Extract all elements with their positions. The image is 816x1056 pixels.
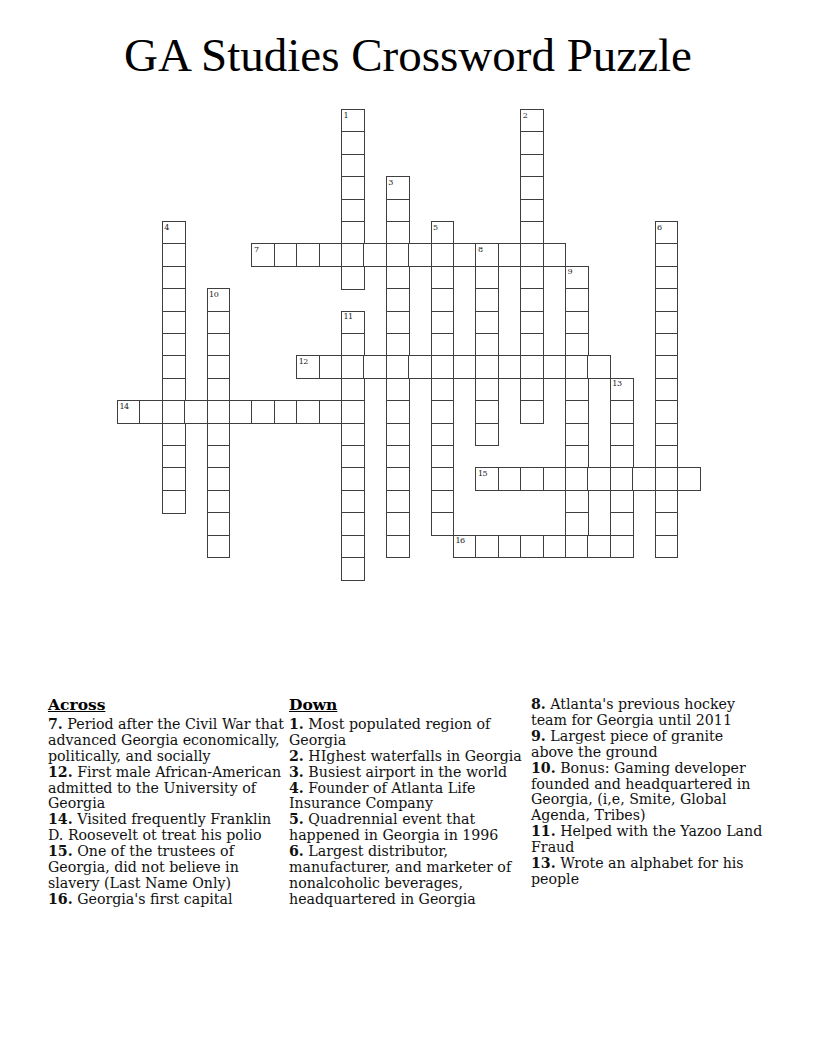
clue-number: 6 (657, 223, 662, 232)
grid-cell[interactable] (431, 445, 455, 469)
grid-cell[interactable] (207, 311, 231, 335)
clue-number: 1 (344, 111, 349, 120)
grid-cell[interactable]: 3 (386, 176, 410, 200)
grid-cell[interactable] (520, 243, 544, 267)
grid-cell[interactable]: 11 (341, 311, 365, 335)
grid-cell[interactable] (162, 445, 186, 469)
clue-number-label: 9. (531, 728, 546, 744)
grid-cell[interactable] (162, 311, 186, 335)
grid-cell[interactable] (341, 199, 365, 223)
grid-cell[interactable] (139, 400, 163, 424)
grid-cell[interactable] (386, 243, 410, 267)
grid-cell[interactable] (341, 423, 365, 447)
grid-cell[interactable] (363, 355, 387, 379)
clue-down-9: 9. Largest piece of granite above the gr… (531, 729, 770, 761)
grid-cell[interactable]: 6 (655, 221, 679, 245)
grid-cell[interactable] (386, 378, 410, 402)
clue-number-label: 11. (531, 823, 556, 839)
grid-cell[interactable] (565, 490, 589, 514)
grid-cell[interactable]: 10 (207, 288, 231, 312)
grid-cell[interactable] (655, 535, 679, 559)
grid-cell[interactable] (341, 221, 365, 245)
grid-cell[interactable] (610, 535, 634, 559)
grid-cell[interactable] (431, 288, 455, 312)
grid-cell[interactable] (431, 266, 455, 290)
grid-cell[interactable] (543, 467, 567, 491)
grid-cell[interactable]: 7 (251, 243, 275, 267)
down-clue-list-1: 1. Most populated region of Georgia2. HI… (289, 717, 528, 908)
grid-cell[interactable]: 5 (431, 221, 455, 245)
clue-number: 13 (612, 379, 621, 388)
grid-cell[interactable] (162, 355, 186, 379)
clue-number: 10 (209, 290, 218, 299)
grid-cell[interactable] (475, 355, 499, 379)
grid-cell[interactable] (453, 355, 477, 379)
grid-cell[interactable] (520, 333, 544, 357)
clue-number-label: 13. (531, 855, 556, 871)
clues-column-down-1: Down 1. Most populated region of Georgia… (289, 697, 528, 908)
grid-cell[interactable] (251, 400, 275, 424)
clue-number-label: 2. (289, 748, 304, 764)
grid-cell[interactable] (431, 311, 455, 335)
clue-across-14: 14. Visited frequently Franklin D. Roose… (48, 812, 287, 844)
grid-cell[interactable] (610, 423, 634, 447)
grid-cell[interactable] (520, 355, 544, 379)
grid-cell[interactable] (520, 311, 544, 335)
grid-cell[interactable] (207, 355, 231, 379)
grid-cell[interactable] (655, 311, 679, 335)
grid-cell[interactable]: 2 (520, 109, 544, 133)
grid-cell[interactable] (296, 400, 320, 424)
grid-cell[interactable] (520, 266, 544, 290)
grid-cell[interactable] (319, 243, 343, 267)
clue-across-7: 7. Period after the Civil War that advan… (48, 717, 287, 765)
grid-cell[interactable] (162, 266, 186, 290)
down-header: Down (289, 697, 528, 713)
grid-cell[interactable] (565, 311, 589, 335)
grid-cell[interactable] (207, 512, 231, 536)
grid-cell[interactable] (475, 288, 499, 312)
grid-cell[interactable] (207, 400, 231, 424)
clue-down-11: 11. Helped with the Yazoo Land Fraud (531, 824, 770, 856)
grid-cell[interactable] (341, 266, 365, 290)
across-header: Across (48, 697, 287, 713)
grid-cell[interactable] (498, 355, 522, 379)
grid-cell[interactable] (565, 355, 589, 379)
grid-cell[interactable] (520, 199, 544, 223)
grid-cell[interactable] (520, 467, 544, 491)
clue-down-8: 8. Atlanta's previous hockey team for Ge… (531, 697, 770, 729)
down-clue-list-2: 8. Atlanta's previous hockey team for Ge… (531, 697, 770, 888)
grid-cell[interactable] (565, 467, 589, 491)
grid-cell[interactable] (475, 378, 499, 402)
grid-cell[interactable] (475, 311, 499, 335)
grid-cell[interactable] (386, 355, 410, 379)
clue-down-2: 2. HIghest waterfalls in Georgia (289, 749, 528, 765)
clue-number: 11 (344, 312, 353, 321)
grid-cell[interactable] (431, 512, 455, 536)
grid-cell[interactable] (341, 467, 365, 491)
grid-cell[interactable] (319, 400, 343, 424)
grid-cell[interactable] (520, 154, 544, 178)
grid-cell[interactable] (431, 490, 455, 514)
grid-cell[interactable] (565, 445, 589, 469)
clue-number: 2 (523, 111, 528, 120)
grid-cell[interactable] (386, 490, 410, 514)
grid-cell[interactable] (162, 467, 186, 491)
grid-cell[interactable] (431, 355, 455, 379)
grid-cell[interactable] (386, 423, 410, 447)
grid-cell[interactable] (520, 378, 544, 402)
grid-cell[interactable] (341, 490, 365, 514)
grid-cell[interactable] (386, 445, 410, 469)
grid-cell[interactable] (655, 333, 679, 357)
grid-cell[interactable] (207, 378, 231, 402)
grid-cell[interactable] (565, 400, 589, 424)
grid-cell[interactable]: 15 (475, 467, 499, 491)
grid-cell[interactable] (386, 512, 410, 536)
grid-cell[interactable] (475, 400, 499, 424)
clue-down-4: 4. Founder of Atlanta Life Insurance Com… (289, 781, 528, 813)
grid-cell[interactable] (319, 355, 343, 379)
clue-number: 3 (388, 178, 393, 187)
grid-cell[interactable] (655, 423, 679, 447)
grid-cell[interactable] (565, 378, 589, 402)
grid-cell[interactable] (543, 535, 567, 559)
grid-cell[interactable]: 4 (162, 221, 186, 245)
grid-cell[interactable] (431, 333, 455, 357)
grid-cell[interactable] (565, 333, 589, 357)
grid-cell[interactable] (565, 423, 589, 447)
clue-number-label: 4. (289, 780, 304, 796)
clue-across-16: 16. Georgia's first capital (48, 892, 287, 908)
grid-cell[interactable] (162, 490, 186, 514)
grid-cell[interactable] (274, 243, 298, 267)
grid-cell[interactable] (655, 288, 679, 312)
grid-cell[interactable] (162, 333, 186, 357)
grid-cell[interactable] (543, 355, 567, 379)
grid-cell[interactable] (341, 512, 365, 536)
clue-down-6: 6. Largest distributor, manufacturer, an… (289, 844, 528, 908)
clue-number: 14 (120, 402, 129, 411)
grid-cell[interactable] (610, 490, 634, 514)
grid-cell[interactable]: 8 (475, 243, 499, 267)
clue-across-15: 15. One of the trustees of Georgia, did … (48, 844, 287, 892)
grid-cell[interactable] (655, 355, 679, 379)
clue-number: 15 (478, 469, 487, 478)
clue-number-label: 12. (48, 764, 73, 780)
grid-cell[interactable] (363, 243, 387, 267)
crossword-grid: 12345678910111213141516 (117, 109, 702, 582)
grid-cell[interactable] (162, 378, 186, 402)
grid-cell[interactable] (431, 378, 455, 402)
grid-cell[interactable] (587, 467, 611, 491)
page-title: GA Studies Crossword Puzzle (0, 28, 816, 82)
grid-cell[interactable] (408, 355, 432, 379)
grid-cell[interactable] (386, 221, 410, 245)
clue-number-label: 6. (289, 843, 304, 859)
grid-cell[interactable] (520, 535, 544, 559)
grid-cell[interactable] (565, 512, 589, 536)
grid-cell[interactable] (610, 445, 634, 469)
clue-number: 4 (164, 223, 169, 232)
grid-cell[interactable] (341, 176, 365, 200)
grid-cell[interactable] (184, 400, 208, 424)
across-clue-list: 7. Period after the Civil War that advan… (48, 717, 287, 908)
grid-cell[interactable] (498, 243, 522, 267)
grid-cell[interactable] (341, 355, 365, 379)
clue-number: 9 (568, 267, 573, 276)
grid-cell[interactable] (520, 176, 544, 200)
clue-number-label: 15. (48, 843, 73, 859)
grid-cell[interactable] (341, 535, 365, 559)
clue-down-1: 1. Most populated region of Georgia (289, 717, 528, 749)
clue-number: 5 (433, 223, 438, 232)
grid-cell[interactable] (475, 266, 499, 290)
grid-cell[interactable] (565, 288, 589, 312)
grid-cell[interactable] (386, 266, 410, 290)
grid-cell[interactable] (655, 512, 679, 536)
grid-cell[interactable] (655, 445, 679, 469)
grid-cell[interactable] (162, 288, 186, 312)
grid-cell[interactable] (498, 467, 522, 491)
grid-cell[interactable] (274, 400, 298, 424)
grid-cell[interactable] (520, 288, 544, 312)
clue-down-5: 5. Quadrennial event that happened in Ge… (289, 812, 528, 844)
grid-cell[interactable] (341, 333, 365, 357)
grid-cell[interactable]: 13 (610, 378, 634, 402)
grid-cell[interactable]: 9 (565, 266, 589, 290)
grid-cell[interactable] (475, 423, 499, 447)
grid-cell[interactable] (475, 535, 499, 559)
grid-cell[interactable]: 16 (453, 535, 477, 559)
clue-down-10: 10. Bonus: Gaming developer founded and … (531, 761, 770, 825)
grid-cell[interactable] (207, 490, 231, 514)
grid-cell[interactable] (386, 400, 410, 424)
clues-column-down-2: 8. Atlanta's previous hockey team for Ge… (531, 697, 770, 888)
clue-number-label: 8. (531, 696, 546, 712)
grid-cell[interactable] (587, 535, 611, 559)
grid-cell[interactable] (162, 400, 186, 424)
grid-cell[interactable] (520, 131, 544, 155)
clue-down-13: 13. Wrote an alphabet for his people (531, 856, 770, 888)
grid-cell[interactable] (655, 243, 679, 267)
clue-number: 7 (254, 245, 259, 254)
worksheet-page: { "game": "crossword", "title": "GA Stud… (0, 0, 816, 1056)
grid-cell[interactable] (565, 535, 589, 559)
grid-cell[interactable] (207, 535, 231, 559)
grid-cell[interactable] (386, 288, 410, 312)
grid-cell[interactable] (408, 243, 432, 267)
grid-cell[interactable]: 1 (341, 109, 365, 133)
grid-cell[interactable] (207, 423, 231, 447)
grid-cell[interactable] (386, 199, 410, 223)
clue-number-label: 7. (48, 716, 63, 732)
clue-number-label: 16. (48, 891, 73, 907)
grid-cell[interactable] (610, 512, 634, 536)
grid-cell[interactable] (543, 243, 567, 267)
grid-cell[interactable]: 12 (296, 355, 320, 379)
grid-cell[interactable] (475, 333, 499, 357)
grid-cell[interactable] (655, 378, 679, 402)
grid-cell[interactable] (431, 467, 455, 491)
grid-cell[interactable] (610, 400, 634, 424)
grid-cell[interactable] (431, 423, 455, 447)
clue-number-label: 5. (289, 811, 304, 827)
clue-number-label: 1. (289, 716, 304, 732)
grid-cell[interactable] (655, 467, 679, 491)
grid-cell[interactable] (386, 467, 410, 491)
grid-cell[interactable] (341, 154, 365, 178)
grid-cell[interactable] (341, 445, 365, 469)
clue-across-12: 12. First male African-American admitted… (48, 765, 287, 813)
grid-cell[interactable] (341, 243, 365, 267)
grid-cell[interactable] (453, 243, 477, 267)
grid-cell[interactable] (655, 400, 679, 424)
clue-number: 8 (478, 245, 483, 254)
grid-cell[interactable] (610, 467, 634, 491)
clue-number: 16 (456, 536, 465, 545)
grid-cell[interactable] (386, 333, 410, 357)
grid-cell[interactable] (341, 378, 365, 402)
grid-cell[interactable] (655, 266, 679, 290)
grid-cell[interactable] (207, 445, 231, 469)
grid-cell[interactable] (386, 535, 410, 559)
clue-number-label: 14. (48, 811, 73, 827)
grid-cell[interactable] (229, 400, 253, 424)
grid-cell[interactable] (632, 467, 656, 491)
clue-number-label: 10. (531, 760, 556, 776)
grid-cell[interactable] (431, 243, 455, 267)
grid-cell[interactable]: 14 (117, 400, 141, 424)
grid-cell[interactable] (207, 333, 231, 357)
clue-number: 12 (299, 357, 308, 366)
grid-cell[interactable] (162, 423, 186, 447)
grid-cell[interactable] (431, 400, 455, 424)
grid-cell[interactable] (520, 221, 544, 245)
grid-cell[interactable] (341, 557, 365, 581)
grid-cell[interactable] (162, 243, 186, 267)
grid-cell[interactable] (341, 131, 365, 155)
grid-cell[interactable] (655, 490, 679, 514)
grid-cell[interactable] (677, 467, 701, 491)
grid-cell[interactable] (207, 467, 231, 491)
grid-cell[interactable] (498, 535, 522, 559)
clues-column-across: Across 7. Period after the Civil War tha… (48, 697, 287, 908)
clue-down-3: 3. Busiest airport in the world (289, 765, 528, 781)
clue-number-label: 3. (289, 764, 304, 780)
grid-cell[interactable] (587, 355, 611, 379)
grid-cell[interactable] (520, 400, 544, 424)
grid-cell[interactable] (296, 243, 320, 267)
grid-cell[interactable] (341, 400, 365, 424)
grid-cell[interactable] (386, 311, 410, 335)
